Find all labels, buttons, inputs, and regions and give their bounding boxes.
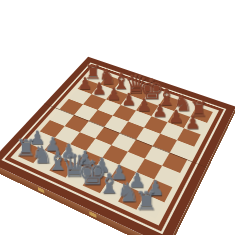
chess-board: ♜♞♝♛♚♝♞♜♟♟♟♟♟♟♟♟♟♟♟♟♟♟♟♟♜♞♝♛♚♝♞♜ [0,56,235,235]
square-g4 [144,145,169,165]
square-f5 [136,127,160,145]
board-frame: ♜♞♝♛♚♝♞♜♟♟♟♟♟♟♟♟♟♟♟♟♟♟♟♟♜♞♝♛♚♝♞♜ [0,56,235,235]
frame-inlay: ♜♞♝♛♚♝♞♜♟♟♟♟♟♟♟♟♟♟♟♟♟♟♟♟♜♞♝♛♚♝♞♜ [1,62,226,234]
board-margin: ♜♞♝♛♚♝♞♜♟♟♟♟♟♟♟♟♟♟♟♟♟♟♟♟♜♞♝♛♚♝♞♜ [10,66,219,225]
square-a2: ♟ [29,131,55,150]
product-photo-scene: ♜♞♝♛♚♝♞♜♟♟♟♟♟♟♟♟♟♟♟♟♟♟♟♟♜♞♝♛♚♝♞♜ [0,0,235,235]
near-army-rook: ♜ [15,136,36,159]
